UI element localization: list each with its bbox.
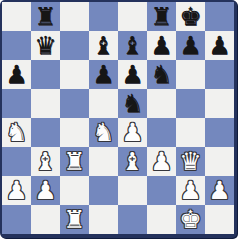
- piece-black-rook[interactable]: ♜: [150, 2, 172, 31]
- square-e3[interactable]: ♝: [118, 147, 147, 176]
- square-f3[interactable]: ♟: [147, 147, 176, 176]
- square-b7[interactable]: ♛: [31, 31, 60, 60]
- square-h2[interactable]: ♟: [205, 176, 234, 205]
- square-a3[interactable]: [2, 147, 31, 176]
- square-c6[interactable]: [60, 60, 89, 89]
- piece-black-pawn[interactable]: ♟: [208, 31, 230, 60]
- piece-black-queen[interactable]: ♛: [34, 31, 56, 60]
- square-g8[interactable]: ♚: [176, 2, 205, 31]
- square-a4[interactable]: ♞: [2, 118, 31, 147]
- square-f1[interactable]: [147, 205, 176, 234]
- square-b5[interactable]: [31, 89, 60, 118]
- square-h3[interactable]: [205, 147, 234, 176]
- piece-white-pawn[interactable]: ♟: [179, 176, 201, 205]
- square-h6[interactable]: [205, 60, 234, 89]
- piece-white-bishop[interactable]: ♝: [121, 147, 143, 176]
- square-g5[interactable]: [176, 89, 205, 118]
- piece-black-pawn[interactable]: ♟: [5, 60, 27, 89]
- square-c2[interactable]: [60, 176, 89, 205]
- piece-black-knight[interactable]: ♞: [121, 89, 143, 118]
- square-a8[interactable]: [2, 2, 31, 31]
- square-d3[interactable]: [89, 147, 118, 176]
- chess-diagram: ♜♜♚♛♝♝♟♟♟♟♟♟♞♞♞♞♟♝♜♝♟♛♟♟♟♟♜♚: [0, 0, 239, 240]
- piece-white-rook[interactable]: ♜: [63, 205, 85, 234]
- square-d8[interactable]: [89, 2, 118, 31]
- square-g7[interactable]: ♟: [176, 31, 205, 60]
- square-e1[interactable]: [118, 205, 147, 234]
- square-c5[interactable]: [60, 89, 89, 118]
- square-e6[interactable]: ♟: [118, 60, 147, 89]
- piece-black-king[interactable]: ♚: [179, 2, 201, 31]
- square-d6[interactable]: ♟: [89, 60, 118, 89]
- square-d1[interactable]: [89, 205, 118, 234]
- square-c7[interactable]: [60, 31, 89, 60]
- square-f5[interactable]: [147, 89, 176, 118]
- square-e2[interactable]: [118, 176, 147, 205]
- square-a1[interactable]: [2, 205, 31, 234]
- square-h7[interactable]: ♟: [205, 31, 234, 60]
- square-d7[interactable]: ♝: [89, 31, 118, 60]
- piece-white-bishop[interactable]: ♝: [34, 147, 56, 176]
- piece-white-pawn[interactable]: ♟: [121, 118, 143, 147]
- square-e4[interactable]: ♟: [118, 118, 147, 147]
- piece-white-pawn[interactable]: ♟: [208, 176, 230, 205]
- piece-black-pawn[interactable]: ♟: [179, 31, 201, 60]
- square-e5[interactable]: ♞: [118, 89, 147, 118]
- square-b3[interactable]: ♝: [31, 147, 60, 176]
- piece-white-knight[interactable]: ♞: [92, 118, 114, 147]
- square-a2[interactable]: ♟: [2, 176, 31, 205]
- piece-white-queen[interactable]: ♛: [179, 147, 201, 176]
- square-c8[interactable]: [60, 2, 89, 31]
- board-frame: ♜♜♚♛♝♝♟♟♟♟♟♟♞♞♞♞♟♝♜♝♟♛♟♟♟♟♜♚: [0, 0, 237, 238]
- square-b2[interactable]: ♟: [31, 176, 60, 205]
- piece-black-bishop[interactable]: ♝: [92, 31, 114, 60]
- square-f4[interactable]: [147, 118, 176, 147]
- square-c3[interactable]: ♜: [60, 147, 89, 176]
- square-h8[interactable]: [205, 2, 234, 31]
- square-h4[interactable]: [205, 118, 234, 147]
- piece-black-pawn[interactable]: ♟: [92, 60, 114, 89]
- square-a7[interactable]: [2, 31, 31, 60]
- square-a6[interactable]: ♟: [2, 60, 31, 89]
- square-f2[interactable]: [147, 176, 176, 205]
- square-g4[interactable]: [176, 118, 205, 147]
- square-d2[interactable]: [89, 176, 118, 205]
- square-e7[interactable]: ♝: [118, 31, 147, 60]
- square-b4[interactable]: [31, 118, 60, 147]
- square-b8[interactable]: ♜: [31, 2, 60, 31]
- square-g1[interactable]: ♚: [176, 205, 205, 234]
- square-c4[interactable]: [60, 118, 89, 147]
- piece-white-pawn[interactable]: ♟: [150, 147, 172, 176]
- piece-black-knight[interactable]: ♞: [150, 60, 172, 89]
- square-d5[interactable]: [89, 89, 118, 118]
- square-g6[interactable]: [176, 60, 205, 89]
- piece-white-rook[interactable]: ♜: [63, 147, 85, 176]
- square-c1[interactable]: ♜: [60, 205, 89, 234]
- piece-white-pawn[interactable]: ♟: [34, 176, 56, 205]
- piece-black-rook[interactable]: ♜: [34, 2, 56, 31]
- piece-white-pawn[interactable]: ♟: [5, 176, 27, 205]
- square-g2[interactable]: ♟: [176, 176, 205, 205]
- square-d4[interactable]: ♞: [89, 118, 118, 147]
- square-g3[interactable]: ♛: [176, 147, 205, 176]
- piece-black-pawn[interactable]: ♟: [150, 31, 172, 60]
- square-f7[interactable]: ♟: [147, 31, 176, 60]
- square-e8[interactable]: [118, 2, 147, 31]
- piece-black-pawn[interactable]: ♟: [121, 60, 143, 89]
- square-b6[interactable]: [31, 60, 60, 89]
- piece-black-bishop[interactable]: ♝: [121, 31, 143, 60]
- chess-board: ♜♜♚♛♝♝♟♟♟♟♟♟♞♞♞♞♟♝♜♝♟♛♟♟♟♟♜♚: [2, 2, 234, 234]
- square-h5[interactable]: [205, 89, 234, 118]
- square-f8[interactable]: ♜: [147, 2, 176, 31]
- piece-white-king[interactable]: ♚: [179, 205, 201, 234]
- square-f6[interactable]: ♞: [147, 60, 176, 89]
- square-a5[interactable]: [2, 89, 31, 118]
- square-h1[interactable]: [205, 205, 234, 234]
- piece-white-knight[interactable]: ♞: [5, 118, 27, 147]
- square-b1[interactable]: [31, 205, 60, 234]
